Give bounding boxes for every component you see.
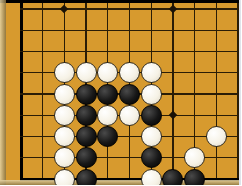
black-stone[interactable]	[141, 147, 162, 168]
black-stone[interactable]	[97, 126, 118, 147]
frame-bevel-left	[0, 0, 6, 185]
go-problem-diagram	[0, 0, 241, 185]
hoshi-point	[169, 5, 177, 13]
black-stone[interactable]	[76, 84, 97, 105]
black-stone[interactable]	[76, 126, 97, 147]
white-stone[interactable]	[54, 169, 75, 186]
white-stone[interactable]	[54, 126, 75, 147]
hoshi-point	[169, 111, 177, 119]
white-stone[interactable]	[141, 126, 162, 147]
hoshi-point	[60, 5, 68, 13]
white-stone[interactable]	[76, 62, 97, 83]
white-stone[interactable]	[97, 105, 118, 126]
black-stone[interactable]	[76, 147, 97, 168]
go-board[interactable]	[0, 0, 241, 185]
grid-horizontal-line	[20, 30, 242, 31]
white-stone[interactable]	[54, 84, 75, 105]
grid-vertical-line	[216, 0, 217, 181]
white-stone[interactable]	[141, 169, 162, 186]
grid-horizontal-line	[20, 157, 242, 158]
grid-horizontal-line	[20, 51, 242, 52]
white-stone[interactable]	[119, 62, 140, 83]
white-stone[interactable]	[119, 105, 140, 126]
white-stone[interactable]	[141, 84, 162, 105]
black-stone[interactable]	[76, 169, 97, 186]
grid-horizontal-line	[20, 8, 242, 9]
black-stone[interactable]	[97, 84, 118, 105]
black-stone[interactable]	[76, 105, 97, 126]
black-stone[interactable]	[141, 105, 162, 126]
white-stone[interactable]	[206, 126, 227, 147]
black-stone[interactable]	[184, 169, 205, 186]
white-stone[interactable]	[97, 62, 118, 83]
white-stone[interactable]	[54, 62, 75, 83]
board-left-edge-line	[20, 0, 23, 181]
grid-vertical-line	[42, 0, 43, 181]
frame-edge-right	[239, 0, 241, 185]
black-stone[interactable]	[119, 84, 140, 105]
white-stone[interactable]	[54, 105, 75, 126]
diagram-top-cut-bar	[0, 0, 241, 3]
white-stone[interactable]	[184, 147, 205, 168]
black-stone[interactable]	[162, 169, 183, 186]
grid-vertical-line	[172, 0, 173, 181]
white-stone[interactable]	[141, 62, 162, 83]
white-stone[interactable]	[54, 147, 75, 168]
